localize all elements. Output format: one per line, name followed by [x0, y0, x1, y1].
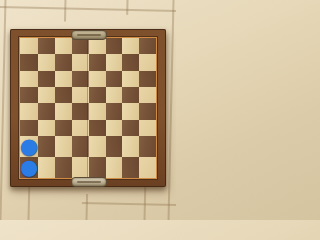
- square-f3[interactable]: [106, 120, 123, 136]
- square-b6[interactable]: [38, 71, 55, 87]
- square-h6[interactable]: [139, 71, 156, 87]
- square-d3[interactable]: [72, 120, 89, 136]
- hinge-plaque-top-icon: [71, 30, 107, 40]
- clasp-plaque-bottom-icon: [71, 177, 107, 187]
- square-g2[interactable]: [122, 136, 139, 157]
- floor-joint: [167, 0, 174, 220]
- square-f8[interactable]: [106, 38, 123, 54]
- square-g3[interactable]: [122, 120, 139, 136]
- blue-checker-piece[interactable]: ●: [20, 157, 38, 178]
- square-e3[interactable]: [89, 120, 106, 136]
- floor-joint: [85, 194, 88, 220]
- square-d6[interactable]: [72, 71, 89, 87]
- square-g5[interactable]: [122, 87, 139, 103]
- square-h7[interactable]: [139, 54, 156, 70]
- square-f6[interactable]: [106, 71, 123, 87]
- square-f7[interactable]: [106, 54, 123, 70]
- square-h2[interactable]: [139, 136, 156, 157]
- square-d1[interactable]: [72, 157, 89, 178]
- square-d4[interactable]: [72, 103, 89, 119]
- square-c5[interactable]: [55, 87, 72, 103]
- blue-checker-piece[interactable]: ●: [20, 136, 38, 157]
- square-a1[interactable]: ●: [20, 157, 38, 178]
- square-e1[interactable]: [89, 157, 106, 178]
- square-d5[interactable]: [72, 87, 89, 103]
- square-a6[interactable]: [20, 71, 38, 87]
- floor-joint: [64, 0, 67, 21]
- square-h4[interactable]: [139, 103, 156, 119]
- square-e8[interactable]: [89, 38, 106, 54]
- square-b2[interactable]: [38, 136, 55, 157]
- square-g8[interactable]: [122, 38, 139, 54]
- board-playing-area: ●●: [20, 38, 156, 178]
- square-h3[interactable]: [139, 120, 156, 136]
- square-h8[interactable]: [139, 38, 156, 54]
- square-h5[interactable]: [139, 87, 156, 103]
- square-b7[interactable]: [38, 54, 55, 70]
- square-c3[interactable]: [55, 120, 72, 136]
- floor-joint: [82, 202, 176, 206]
- square-e7[interactable]: [89, 54, 106, 70]
- square-a4[interactable]: [20, 103, 38, 119]
- square-f2[interactable]: [106, 136, 123, 157]
- square-b8[interactable]: [38, 38, 55, 54]
- square-f5[interactable]: [106, 87, 123, 103]
- square-b5[interactable]: [38, 87, 55, 103]
- checkers-board: ●●: [10, 29, 166, 187]
- square-c8[interactable]: [55, 38, 72, 54]
- square-d7[interactable]: [72, 54, 89, 70]
- floor-joint: [0, 0, 7, 220]
- square-g7[interactable]: [122, 54, 139, 70]
- square-c2[interactable]: [55, 136, 72, 157]
- floor-joint: [143, 185, 146, 220]
- square-c6[interactable]: [55, 71, 72, 87]
- square-e6[interactable]: [89, 71, 106, 87]
- square-a8[interactable]: [20, 38, 38, 54]
- board-grid: ●●: [20, 38, 156, 178]
- floor-joint: [0, 6, 176, 12]
- square-c4[interactable]: [55, 103, 72, 119]
- square-g4[interactable]: [122, 103, 139, 119]
- square-f4[interactable]: [106, 103, 123, 119]
- square-g1[interactable]: [122, 157, 139, 178]
- square-c7[interactable]: [55, 54, 72, 70]
- square-b3[interactable]: [38, 120, 55, 136]
- square-g6[interactable]: [122, 71, 139, 87]
- square-e2[interactable]: [89, 136, 106, 157]
- square-a5[interactable]: [20, 87, 38, 103]
- floor-joint: [27, 183, 30, 220]
- square-b4[interactable]: [38, 103, 55, 119]
- square-h1[interactable]: [139, 157, 156, 178]
- square-b1[interactable]: [38, 157, 55, 178]
- floor-joint: [126, 0, 129, 15]
- square-d8[interactable]: [72, 38, 89, 54]
- square-e4[interactable]: [89, 103, 106, 119]
- square-c1[interactable]: [55, 157, 72, 178]
- square-a7[interactable]: [20, 54, 38, 70]
- square-d2[interactable]: [72, 136, 89, 157]
- square-f1[interactable]: [106, 157, 123, 178]
- square-a2[interactable]: ●: [20, 136, 38, 157]
- square-e5[interactable]: [89, 87, 106, 103]
